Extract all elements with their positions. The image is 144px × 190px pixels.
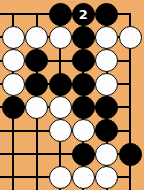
stone-black-r1c3 xyxy=(72,26,95,49)
stone-black-r6c3 xyxy=(72,143,95,166)
stone-white-r1c0 xyxy=(2,26,25,49)
go-board[interactable]: 2 xyxy=(0,0,144,190)
stone-black-r0c3: 2 xyxy=(72,3,95,26)
stone-black-r4c3 xyxy=(72,96,95,119)
stone-black-r0c4 xyxy=(95,3,118,26)
stone-white-r4c2 xyxy=(49,96,72,119)
stone-black-r0c2 xyxy=(49,3,72,26)
stone-white-r1c1 xyxy=(25,26,48,49)
stone-white-r5c2 xyxy=(49,119,72,142)
stone-black-r6c5 xyxy=(119,143,142,166)
stone-white-r3c4 xyxy=(95,73,118,96)
stone-white-r7c4 xyxy=(95,166,118,189)
stone-black-r4c4 xyxy=(95,96,118,119)
go-diagram: 2 xyxy=(0,0,144,190)
stone-black-r3c2 xyxy=(49,73,72,96)
stone-white-r2c4 xyxy=(95,49,118,72)
move-number-label: 2 xyxy=(79,7,88,20)
stone-white-r1c2 xyxy=(49,26,72,49)
stone-black-r2c3 xyxy=(72,49,95,72)
stone-black-r5c4 xyxy=(95,119,118,142)
stone-white-r2c0 xyxy=(2,49,25,72)
stone-white-r3c0 xyxy=(2,73,25,96)
stone-white-r7c3 xyxy=(72,166,95,189)
stone-white-r4c1 xyxy=(25,96,48,119)
stone-white-r1c5 xyxy=(119,26,142,49)
stone-black-r4c0 xyxy=(2,96,25,119)
stone-black-r2c1 xyxy=(25,49,48,72)
stone-black-r3c3 xyxy=(72,73,95,96)
stone-white-r1c4 xyxy=(95,26,118,49)
stone-white-r7c2 xyxy=(49,166,72,189)
stone-white-r6c4 xyxy=(95,143,118,166)
stone-black-r3c1 xyxy=(25,73,48,96)
stone-white-r5c3 xyxy=(72,119,95,142)
